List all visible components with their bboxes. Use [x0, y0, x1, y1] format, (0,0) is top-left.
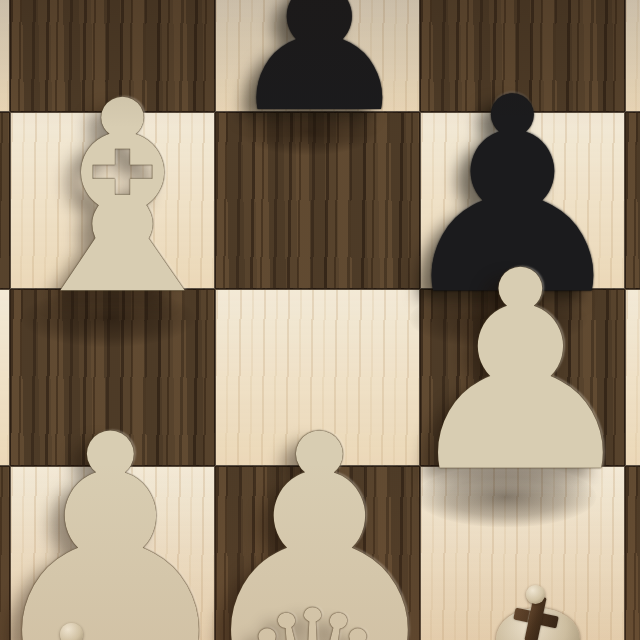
king-finial-ball: [526, 585, 545, 604]
piece-white-queen-d1[interactable]: ♛: [241, 589, 384, 640]
piece-white-bishop-c4[interactable]: ♝: [4, 66, 242, 331]
piece-white-bishop-c1[interactable]: [60, 623, 83, 640]
white-queen-glyph: ♛: [241, 589, 384, 640]
piece-black-pawn-d5[interactable]: ♟: [225, 0, 413, 142]
chess-board-3d-view: ♟♝♟♟♟♟♛: [0, 0, 640, 640]
white-bishop-glyph: ♝: [4, 66, 242, 331]
black-pawn-glyph: ♟: [225, 0, 413, 142]
